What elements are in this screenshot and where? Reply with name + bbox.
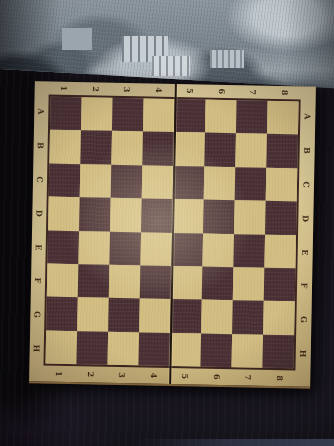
square-b4 (142, 132, 174, 166)
square-g2 (77, 297, 109, 331)
square-g7 (232, 300, 264, 334)
square-e6 (202, 233, 234, 267)
square-e1 (47, 230, 79, 264)
photo-scene: 12345678 ABCDEFGH ABCDEFGH 12345678 (0, 0, 334, 446)
square-d2 (79, 197, 111, 231)
square-c3 (111, 165, 143, 199)
square-b2 (80, 131, 112, 165)
square-g6 (201, 300, 233, 334)
square-a4 (143, 98, 175, 132)
square-a1 (50, 97, 82, 131)
rank-label-2: 2 (82, 359, 99, 391)
chessboard: 12345678 ABCDEFGH ABCDEFGH 12345678 (29, 81, 316, 388)
square-c5 (173, 166, 205, 200)
rank-label-5: 5 (177, 360, 194, 392)
rank-label-8: 8 (271, 362, 288, 394)
square-a2 (81, 97, 113, 131)
square-e5 (171, 232, 203, 266)
square-a3 (112, 98, 144, 132)
square-e2 (78, 231, 110, 265)
table-edge-glint (134, 439, 334, 446)
file-label-a: A (291, 109, 325, 125)
square-g4 (139, 299, 171, 333)
rank-label-6: 6 (208, 361, 225, 393)
rank-label-3: 3 (114, 359, 131, 391)
square-e4 (140, 232, 172, 266)
square-f2 (78, 264, 110, 298)
file-label-g: G (287, 312, 321, 328)
square-g5 (170, 299, 202, 333)
square-e7 (233, 234, 265, 268)
square-f7 (233, 267, 265, 301)
file-label-f: F (287, 278, 321, 294)
square-c6 (204, 166, 236, 200)
rank-label-7: 7 (240, 362, 257, 394)
square-f4 (140, 265, 172, 299)
file-label-c: C (289, 176, 323, 192)
file-label-b: B (290, 143, 324, 159)
square-b3 (111, 131, 143, 165)
square-b6 (204, 133, 236, 167)
square-d7 (234, 200, 266, 234)
square-d1 (48, 197, 80, 231)
square-d5 (172, 199, 204, 233)
rank-label-1: 1 (51, 358, 68, 390)
rank-label-4: 4 (145, 360, 162, 392)
square-a6 (205, 100, 237, 134)
square-a7 (236, 100, 268, 134)
square-c1 (49, 163, 81, 197)
square-f5 (171, 266, 203, 300)
file-label-e: E (288, 244, 322, 260)
square-c4 (142, 165, 174, 199)
square-c7 (235, 167, 267, 201)
square-f6 (202, 266, 234, 300)
square-b7 (235, 134, 267, 168)
square-c2 (80, 164, 112, 198)
square-a5 (174, 99, 206, 133)
square-g3 (108, 298, 140, 332)
square-f1 (47, 263, 79, 297)
file-label-d: D (289, 210, 323, 226)
square-b1 (49, 130, 81, 164)
square-d6 (203, 200, 235, 234)
square-d4 (141, 199, 173, 233)
square-b5 (173, 132, 205, 166)
square-e3 (109, 231, 141, 265)
square-d3 (110, 198, 142, 232)
square-g1 (46, 297, 78, 331)
square-f3 (109, 265, 141, 299)
file-label-h: H (286, 346, 320, 362)
